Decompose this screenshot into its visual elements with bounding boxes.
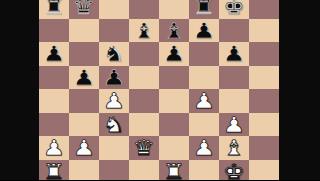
square-b8: ♛: [69, 0, 99, 19]
square-a6: ♟: [39, 42, 69, 66]
white-king-g1: ♚: [223, 161, 245, 180]
chessboard: ♜♛♜♚♝♝♟♟♞♟♟♟♟♟♟♞♟♟♟♛♟♝♜♜♚: [39, 0, 279, 180]
square-e5: [159, 66, 189, 90]
black-pawn-e6: ♟: [163, 44, 185, 64]
square-e4: [159, 89, 189, 113]
white-pawn-a2: ♟: [43, 138, 65, 158]
square-d1: [129, 160, 159, 181]
square-h6: [249, 42, 279, 66]
square-c1: [99, 160, 129, 181]
white-pawn-g3: ♟: [223, 114, 245, 134]
black-king-g8: ♚: [223, 0, 245, 17]
white-pawn-c4: ♟: [103, 91, 125, 111]
square-h5: [249, 66, 279, 90]
square-a4: [39, 89, 69, 113]
white-bishop-g2: ♝: [223, 138, 245, 158]
square-g8: ♚: [219, 0, 249, 19]
square-f7: ♟: [189, 19, 219, 43]
square-a7: [39, 19, 69, 43]
square-f6: [189, 42, 219, 66]
square-d4: [129, 89, 159, 113]
square-h8: [249, 0, 279, 19]
square-a3: [39, 113, 69, 137]
black-pawn-f7: ♟: [193, 20, 215, 40]
square-a1: ♜: [39, 160, 69, 181]
black-bishop-d7: ♝: [133, 20, 155, 40]
square-g7: [219, 19, 249, 43]
square-h1: [249, 160, 279, 181]
square-c5: ♟: [99, 66, 129, 90]
square-h3: [249, 113, 279, 137]
square-a2: ♟: [39, 136, 69, 160]
square-f5: [189, 66, 219, 90]
square-g3: ♟: [219, 113, 249, 137]
black-queen-b8: ♛: [73, 0, 95, 17]
video-frame: ♜♛♜♚♝♝♟♟♞♟♟♟♟♟♟♞♟♟♟♛♟♝♜♜♚: [0, 0, 320, 180]
square-e1: ♜: [159, 160, 189, 181]
square-g4: [219, 89, 249, 113]
square-c8: [99, 0, 129, 19]
square-g5: [219, 66, 249, 90]
square-b7: [69, 19, 99, 43]
square-g2: ♝: [219, 136, 249, 160]
square-e6: ♟: [159, 42, 189, 66]
square-a5: [39, 66, 69, 90]
square-f2: ♟: [189, 136, 219, 160]
square-b2: ♟: [69, 136, 99, 160]
black-bishop-e7: ♝: [163, 20, 185, 40]
white-rook-e1: ♜: [163, 161, 185, 180]
square-e8: [159, 0, 189, 19]
black-pawn-g6: ♟: [223, 44, 245, 64]
square-e3: [159, 113, 189, 137]
letterbox-left: [0, 0, 39, 180]
square-g6: ♟: [219, 42, 249, 66]
white-knight-c3: ♞: [103, 114, 125, 134]
square-c3: ♞: [99, 113, 129, 137]
square-h2: [249, 136, 279, 160]
letterbox-right: [279, 0, 320, 180]
square-f3: [189, 113, 219, 137]
square-b5: ♟: [69, 66, 99, 90]
square-d3: [129, 113, 159, 137]
black-pawn-c5: ♟: [103, 67, 125, 87]
square-d6: [129, 42, 159, 66]
square-c6: ♞: [99, 42, 129, 66]
square-d5: [129, 66, 159, 90]
white-pawn-f4: ♟: [193, 91, 215, 111]
square-f8: ♜: [189, 0, 219, 19]
black-pawn-b5: ♟: [73, 67, 95, 87]
square-c4: ♟: [99, 89, 129, 113]
square-c7: [99, 19, 129, 43]
square-h4: [249, 89, 279, 113]
square-b3: [69, 113, 99, 137]
white-pawn-b2: ♟: [73, 138, 95, 158]
black-knight-c6: ♞: [103, 44, 125, 64]
square-f4: ♟: [189, 89, 219, 113]
black-rook-a8: ♜: [43, 0, 65, 17]
white-queen-d2: ♛: [133, 138, 155, 158]
square-c2: [99, 136, 129, 160]
black-pawn-a6: ♟: [43, 44, 65, 64]
square-d7: ♝: [129, 19, 159, 43]
square-a8: ♜: [39, 0, 69, 19]
square-e7: ♝: [159, 19, 189, 43]
square-g1: ♚: [219, 160, 249, 181]
square-e2: [159, 136, 189, 160]
square-h7: [249, 19, 279, 43]
square-b6: [69, 42, 99, 66]
square-b1: [69, 160, 99, 181]
square-d2: ♛: [129, 136, 159, 160]
square-d8: [129, 0, 159, 19]
square-f1: [189, 160, 219, 181]
white-pawn-f2: ♟: [193, 138, 215, 158]
square-b4: [69, 89, 99, 113]
white-rook-a1: ♜: [43, 161, 65, 180]
black-rook-f8: ♜: [193, 0, 215, 17]
